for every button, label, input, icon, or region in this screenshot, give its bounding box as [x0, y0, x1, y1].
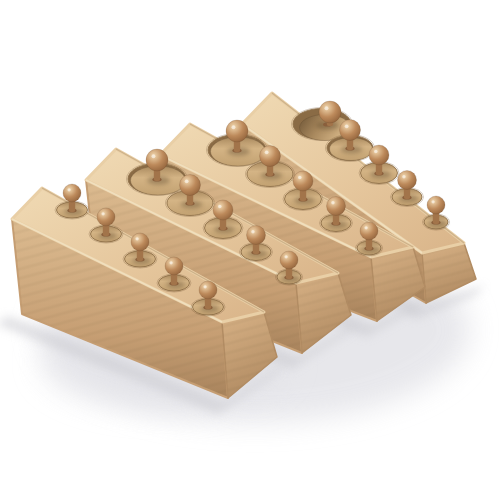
knob-specular-highlight [136, 237, 139, 240]
cylinder-block-4-knob-3 [369, 145, 389, 165]
knob-specular-highlight [102, 212, 105, 215]
knob-specular-highlight [345, 124, 349, 128]
cylinder-block-3-knob-5 [360, 222, 378, 240]
knob-specular-highlight [365, 226, 368, 229]
knob-specular-highlight [170, 261, 173, 264]
knob-specular-highlight [402, 175, 405, 178]
knob-specular-highlight [432, 200, 435, 203]
knob-specular-highlight [265, 150, 269, 154]
cylinder-block-1-knob-1 [63, 184, 81, 202]
knob-specular-highlight [218, 205, 222, 209]
cylinder-block-1-knob-5 [199, 281, 217, 299]
knob-specular-highlight [185, 179, 189, 183]
cylinder-block-2-knob-5 [280, 251, 298, 269]
cylinder-block-1-knob-3 [131, 233, 149, 251]
cylinder-block-4-knob-5 [427, 196, 445, 214]
knob-specular-highlight [285, 255, 288, 258]
knob-specular-highlight [204, 285, 207, 288]
cylinder-block-1-knob-2 [97, 208, 115, 226]
knob-specular-highlight [152, 154, 156, 158]
knob-specular-highlight [298, 176, 302, 180]
photo-stage [0, 0, 500, 500]
cylinder-block-3-knob-4 [327, 197, 346, 216]
cylinder-block-2-knob-3 [213, 200, 233, 220]
cylinder-block-4-knob-4 [398, 171, 417, 190]
cylinder-block-4-knob-1 [319, 101, 341, 123]
knob-specular-highlight [68, 188, 71, 191]
cylinder-block-2-knob-4 [247, 226, 266, 245]
cylinder-block-4-knob-2 [340, 120, 361, 141]
montessori-cylinder-blocks-photo [0, 0, 500, 500]
cylinder-block-2-knob-2 [180, 175, 201, 196]
knob-specular-highlight [325, 106, 329, 110]
cylinder-block-3-knob-3 [293, 171, 313, 191]
cylinder-block-1-knob-4 [165, 257, 183, 275]
cylinder-block-3-knob-1 [226, 120, 248, 142]
knob-specular-highlight [232, 125, 236, 129]
knob-specular-highlight [251, 230, 254, 233]
cylinder-block-3-knob-2 [260, 146, 281, 167]
knob-specular-highlight [331, 201, 334, 204]
knob-specular-highlight [374, 150, 378, 154]
cylinder-block-2-knob-1 [146, 149, 168, 171]
